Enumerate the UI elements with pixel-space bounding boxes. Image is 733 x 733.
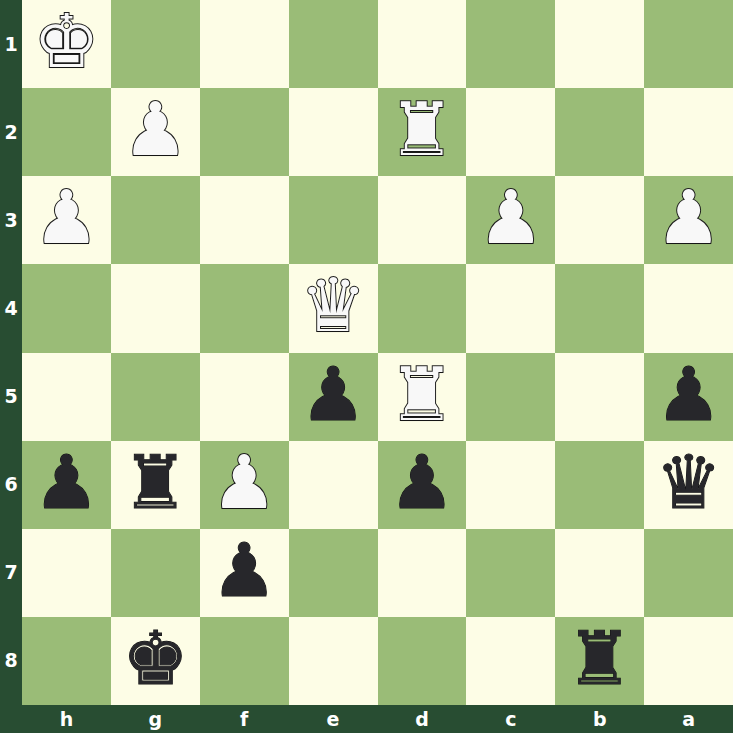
square-f4[interactable] [200,264,289,352]
square-h6[interactable]: ♟ [22,441,111,529]
square-h1[interactable]: ♚ [22,0,111,88]
black-rook-piece-g6[interactable]: ♜ [122,445,188,519]
black-queen-piece-a6[interactable]: ♛ [655,445,721,519]
square-g6[interactable]: ♜ [111,441,200,529]
square-a1[interactable] [644,0,733,88]
square-e4[interactable]: ♛ [289,264,378,352]
square-d6[interactable]: ♟ [378,441,467,529]
square-f5[interactable] [200,353,289,441]
square-b8[interactable]: ♜ [555,617,644,705]
square-d8[interactable] [378,617,467,705]
square-b4[interactable] [555,264,644,352]
rank-label-2: 2 [0,88,22,176]
square-e8[interactable] [289,617,378,705]
square-a8[interactable] [644,617,733,705]
rank-label-5: 5 [0,353,22,441]
square-e1[interactable] [289,0,378,88]
square-b7[interactable] [555,529,644,617]
square-c4[interactable] [466,264,555,352]
rank-label-1: 1 [0,0,22,88]
square-f1[interactable] [200,0,289,88]
square-g5[interactable] [111,353,200,441]
square-h4[interactable] [22,264,111,352]
square-c2[interactable] [466,88,555,176]
square-f2[interactable] [200,88,289,176]
square-g3[interactable] [111,176,200,264]
square-f6[interactable]: ♟ [200,441,289,529]
file-label-e: e [289,705,378,733]
square-f7[interactable]: ♟ [200,529,289,617]
square-c3[interactable]: ♟ [466,176,555,264]
black-pawn-piece-f7[interactable]: ♟ [211,533,277,607]
rank-label-4: 4 [0,264,22,352]
square-d4[interactable] [378,264,467,352]
square-b5[interactable] [555,353,644,441]
square-d2[interactable]: ♜ [378,88,467,176]
square-g4[interactable] [111,264,200,352]
square-e3[interactable] [289,176,378,264]
square-e7[interactable] [289,529,378,617]
square-g1[interactable] [111,0,200,88]
square-g2[interactable]: ♟ [111,88,200,176]
square-d5[interactable]: ♜ [378,353,467,441]
black-pawn-piece-d6[interactable]: ♟ [389,445,455,519]
rank-labels: 12345678 [0,0,22,705]
square-d3[interactable] [378,176,467,264]
chess-board: ♚♟♜♟♟♟♛♟♜♟♟♜♟♟♛♟♚♜ [22,0,733,705]
rank-label-8: 8 [0,617,22,705]
square-g8[interactable]: ♚ [111,617,200,705]
white-pawn-piece-a3[interactable]: ♟ [655,180,721,254]
square-b2[interactable] [555,88,644,176]
square-d1[interactable] [378,0,467,88]
file-label-c: c [466,705,555,733]
rank-label-6: 6 [0,441,22,529]
square-c6[interactable] [466,441,555,529]
black-pawn-piece-h6[interactable]: ♟ [33,445,99,519]
file-label-h: h [22,705,111,733]
black-king-piece-g8[interactable]: ♚ [122,621,188,695]
square-e5[interactable]: ♟ [289,353,378,441]
square-c1[interactable] [466,0,555,88]
white-rook-piece-d5[interactable]: ♜ [389,357,455,431]
black-rook-piece-b8[interactable]: ♜ [567,621,633,695]
white-pawn-piece-h3[interactable]: ♟ [33,180,99,254]
black-pawn-piece-a5[interactable]: ♟ [655,357,721,431]
square-b1[interactable] [555,0,644,88]
square-c7[interactable] [466,529,555,617]
white-rook-piece-d2[interactable]: ♜ [389,92,455,166]
square-c8[interactable] [466,617,555,705]
square-h7[interactable] [22,529,111,617]
file-label-d: d [378,705,467,733]
black-pawn-piece-e5[interactable]: ♟ [300,357,366,431]
square-h5[interactable] [22,353,111,441]
file-labels: hgfedcba [22,705,733,733]
square-e6[interactable] [289,441,378,529]
square-h2[interactable] [22,88,111,176]
square-f8[interactable] [200,617,289,705]
square-e2[interactable] [289,88,378,176]
rank-label-7: 7 [0,529,22,617]
square-h8[interactable] [22,617,111,705]
square-a5[interactable]: ♟ [644,353,733,441]
square-h3[interactable]: ♟ [22,176,111,264]
square-f3[interactable] [200,176,289,264]
square-a2[interactable] [644,88,733,176]
file-label-a: a [644,705,733,733]
white-pawn-piece-f6[interactable]: ♟ [211,445,277,519]
square-g7[interactable] [111,529,200,617]
square-b3[interactable] [555,176,644,264]
square-a3[interactable]: ♟ [644,176,733,264]
white-pawn-piece-c3[interactable]: ♟ [478,180,544,254]
square-a6[interactable]: ♛ [644,441,733,529]
file-label-b: b [555,705,644,733]
square-a7[interactable] [644,529,733,617]
square-b6[interactable] [555,441,644,529]
square-a4[interactable] [644,264,733,352]
file-label-f: f [200,705,289,733]
white-pawn-piece-g2[interactable]: ♟ [122,92,188,166]
chess-board-frame: 12345678 ♚♟♜♟♟♟♛♟♜♟♟♜♟♟♛♟♚♜ hgfedcba [0,0,733,733]
white-queen-piece-e4[interactable]: ♛ [300,268,366,342]
rank-label-3: 3 [0,176,22,264]
square-d7[interactable] [378,529,467,617]
white-king-piece-h1[interactable]: ♚ [33,4,99,78]
square-c5[interactable] [466,353,555,441]
file-label-g: g [111,705,200,733]
